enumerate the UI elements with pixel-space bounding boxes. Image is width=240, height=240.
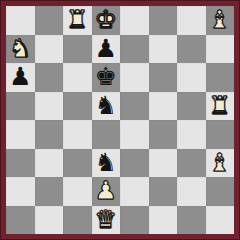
square-a7[interactable]: ♞ bbox=[6, 35, 35, 64]
piece-black-knight: ♞ bbox=[95, 149, 117, 178]
piece-white-rook: ♜ bbox=[66, 6, 88, 35]
square-h1[interactable] bbox=[206, 206, 235, 235]
square-e3[interactable] bbox=[120, 149, 149, 178]
square-c4[interactable] bbox=[63, 120, 92, 149]
square-h5[interactable]: ♜ bbox=[206, 92, 235, 121]
square-f5[interactable] bbox=[149, 92, 178, 121]
square-f7[interactable] bbox=[149, 35, 178, 64]
piece-white-bishop: ♝ bbox=[209, 149, 231, 178]
square-a4[interactable] bbox=[6, 120, 35, 149]
square-e8[interactable] bbox=[120, 6, 149, 35]
square-g7[interactable] bbox=[177, 35, 206, 64]
piece-white-knight: ♞ bbox=[9, 35, 31, 64]
piece-black-pawn: ♟ bbox=[95, 35, 117, 64]
square-a2[interactable] bbox=[6, 177, 35, 206]
square-b5[interactable] bbox=[35, 92, 64, 121]
square-f4[interactable] bbox=[149, 120, 178, 149]
square-c5[interactable] bbox=[63, 92, 92, 121]
square-b8[interactable] bbox=[35, 6, 64, 35]
square-c2[interactable] bbox=[63, 177, 92, 206]
square-d6[interactable]: ♚ bbox=[92, 63, 121, 92]
square-d3[interactable]: ♞ bbox=[92, 149, 121, 178]
square-b7[interactable] bbox=[35, 35, 64, 64]
square-a1[interactable] bbox=[6, 206, 35, 235]
square-h8[interactable]: ♝ bbox=[206, 6, 235, 35]
square-a6[interactable]: ♟ bbox=[6, 63, 35, 92]
chess-board: ♜♚♝♞♟♟♚♞♜♞♝♟♛ bbox=[6, 6, 234, 234]
square-b2[interactable] bbox=[35, 177, 64, 206]
piece-white-rook: ♜ bbox=[209, 92, 231, 121]
square-f6[interactable] bbox=[149, 63, 178, 92]
square-h6[interactable] bbox=[206, 63, 235, 92]
square-g5[interactable] bbox=[177, 92, 206, 121]
square-a5[interactable] bbox=[6, 92, 35, 121]
square-g8[interactable] bbox=[177, 6, 206, 35]
square-e7[interactable] bbox=[120, 35, 149, 64]
square-a8[interactable] bbox=[6, 6, 35, 35]
square-d7[interactable]: ♟ bbox=[92, 35, 121, 64]
piece-black-king: ♚ bbox=[95, 63, 117, 92]
piece-white-king: ♚ bbox=[95, 6, 117, 35]
square-d2[interactable]: ♟ bbox=[92, 177, 121, 206]
square-b1[interactable] bbox=[35, 206, 64, 235]
square-g1[interactable] bbox=[177, 206, 206, 235]
square-c7[interactable] bbox=[63, 35, 92, 64]
square-g2[interactable] bbox=[177, 177, 206, 206]
square-a3[interactable] bbox=[6, 149, 35, 178]
square-e5[interactable] bbox=[120, 92, 149, 121]
square-d1[interactable]: ♛ bbox=[92, 206, 121, 235]
square-c3[interactable] bbox=[63, 149, 92, 178]
square-f2[interactable] bbox=[149, 177, 178, 206]
square-e4[interactable] bbox=[120, 120, 149, 149]
square-c1[interactable] bbox=[63, 206, 92, 235]
square-h3[interactable]: ♝ bbox=[206, 149, 235, 178]
piece-white-pawn: ♟ bbox=[95, 177, 117, 206]
square-c8[interactable]: ♜ bbox=[63, 6, 92, 35]
square-e1[interactable] bbox=[120, 206, 149, 235]
square-e6[interactable] bbox=[120, 63, 149, 92]
square-e2[interactable] bbox=[120, 177, 149, 206]
square-f8[interactable] bbox=[149, 6, 178, 35]
square-d8[interactable]: ♚ bbox=[92, 6, 121, 35]
square-h7[interactable] bbox=[206, 35, 235, 64]
piece-white-queen: ♛ bbox=[95, 206, 117, 235]
piece-black-knight: ♞ bbox=[95, 92, 117, 121]
square-b3[interactable] bbox=[35, 149, 64, 178]
square-g4[interactable] bbox=[177, 120, 206, 149]
piece-black-pawn: ♟ bbox=[9, 63, 31, 92]
board-frame: ♜♚♝♞♟♟♚♞♜♞♝♟♛ bbox=[0, 0, 240, 240]
square-g6[interactable] bbox=[177, 63, 206, 92]
square-f1[interactable] bbox=[149, 206, 178, 235]
square-d5[interactable]: ♞ bbox=[92, 92, 121, 121]
square-f3[interactable] bbox=[149, 149, 178, 178]
square-g3[interactable] bbox=[177, 149, 206, 178]
square-b4[interactable] bbox=[35, 120, 64, 149]
square-h4[interactable] bbox=[206, 120, 235, 149]
square-h2[interactable] bbox=[206, 177, 235, 206]
piece-white-bishop: ♝ bbox=[209, 6, 231, 35]
square-b6[interactable] bbox=[35, 63, 64, 92]
square-c6[interactable] bbox=[63, 63, 92, 92]
square-d4[interactable] bbox=[92, 120, 121, 149]
